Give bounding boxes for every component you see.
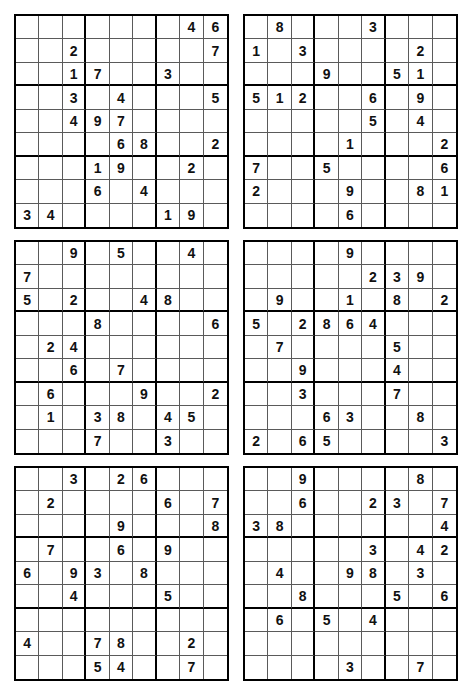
sudoku-cell [16, 609, 39, 632]
sudoku-cell: 5 [86, 656, 109, 679]
sudoku-cell [339, 491, 362, 514]
sudoku-cell: 8 [315, 312, 338, 335]
sudoku-cell [133, 242, 156, 265]
sudoku-cell: 5 [157, 585, 180, 608]
sudoku-cell [433, 406, 456, 429]
sudoku-cell [157, 133, 180, 156]
sudoku-cell [292, 16, 315, 39]
sudoku-cell [315, 336, 338, 359]
sudoku-cell [245, 468, 268, 491]
sudoku-cell [133, 430, 156, 453]
sudoku-cell [204, 585, 227, 608]
sudoku-cell [386, 562, 409, 585]
sudoku-cell [339, 39, 362, 62]
sudoku-cell [16, 336, 39, 359]
sudoku-cell [433, 312, 456, 335]
sudoku-board-bottom-left: 326267987696938454782547 [14, 466, 229, 681]
sudoku-cell [315, 468, 338, 491]
sudoku-cell [39, 515, 62, 538]
sudoku-cell: 1 [39, 406, 62, 429]
sudoku-cell [110, 265, 133, 288]
sudoku-cell [315, 491, 338, 514]
sudoku-cell [86, 86, 109, 109]
sudoku-cell: 4 [133, 180, 156, 203]
sudoku-cell: 3 [362, 538, 385, 561]
sudoku-cell: 5 [245, 86, 268, 109]
sudoku-cell [86, 133, 109, 156]
sudoku-cell [110, 336, 133, 359]
sudoku-cell [63, 406, 86, 429]
sudoku-cell: 9 [409, 265, 432, 288]
sudoku-cell [16, 63, 39, 86]
sudoku-cell: 4 [63, 336, 86, 359]
sudoku-cell [16, 383, 39, 406]
sudoku-cell [39, 180, 62, 203]
sudoku-cell: 5 [315, 430, 338, 453]
sudoku-cell [86, 39, 109, 62]
sudoku-cell [362, 336, 385, 359]
sudoku-cell: 1 [409, 63, 432, 86]
sudoku-cell [39, 133, 62, 156]
sudoku-cell [39, 312, 62, 335]
sudoku-cell: 7 [180, 656, 203, 679]
sudoku-cell [133, 204, 156, 227]
sudoku-cell [86, 609, 109, 632]
sudoku-cell [362, 157, 385, 180]
sudoku-cell [339, 157, 362, 180]
sudoku-cell [315, 585, 338, 608]
sudoku-cell: 6 [433, 585, 456, 608]
sudoku-cell [63, 538, 86, 561]
sudoku-cell [433, 656, 456, 679]
sudoku-cell [39, 39, 62, 62]
sudoku-cell [315, 265, 338, 288]
sudoku-cell [16, 242, 39, 265]
sudoku-cell: 4 [157, 406, 180, 429]
sudoku-cell [386, 312, 409, 335]
sudoku-cell: 9 [86, 110, 109, 133]
sudoku-cell [268, 242, 291, 265]
sudoku-cell [409, 312, 432, 335]
sudoku-cell [362, 63, 385, 86]
sudoku-cell [268, 180, 291, 203]
sudoku-cell [292, 110, 315, 133]
sudoku-cell [110, 312, 133, 335]
sudoku-cell [86, 242, 109, 265]
sudoku-cell [245, 242, 268, 265]
sudoku-cell: 9 [339, 562, 362, 585]
sudoku-cell [362, 585, 385, 608]
sudoku-cell [157, 468, 180, 491]
sudoku-cell: 6 [362, 86, 385, 109]
sudoku-cell: 7 [110, 359, 133, 382]
sudoku-cell [339, 538, 362, 561]
sudoku-cell [292, 609, 315, 632]
sudoku-cell: 9 [180, 204, 203, 227]
sudoku-cell [362, 430, 385, 453]
sudoku-cell [409, 242, 432, 265]
sudoku-cell [292, 289, 315, 312]
sudoku-cell [245, 656, 268, 679]
sudoku-cell [362, 656, 385, 679]
sudoku-cell [86, 383, 109, 406]
sudoku-cell: 5 [204, 86, 227, 109]
sudoku-cell [315, 180, 338, 203]
sudoku-cell [133, 656, 156, 679]
sudoku-cell [409, 133, 432, 156]
sudoku-cell [133, 359, 156, 382]
sudoku-cell [157, 312, 180, 335]
sudoku-cell [339, 110, 362, 133]
sudoku-cell [63, 632, 86, 655]
sudoku-cell [292, 133, 315, 156]
sudoku-cell [204, 242, 227, 265]
sudoku-cell [245, 538, 268, 561]
sudoku-cell [180, 110, 203, 133]
sudoku-cell: 4 [110, 656, 133, 679]
sudoku-cell: 6 [39, 383, 62, 406]
sudoku-cell: 8 [292, 585, 315, 608]
sudoku-cell [157, 157, 180, 180]
sudoku-cell [204, 157, 227, 180]
sudoku-cell [245, 585, 268, 608]
sudoku-cell [362, 204, 385, 227]
sudoku-cell [386, 86, 409, 109]
sudoku-cell [86, 265, 109, 288]
sudoku-cell: 1 [245, 39, 268, 62]
sudoku-cell [39, 242, 62, 265]
sudoku-cell [409, 359, 432, 382]
sudoku-cell: 7 [386, 383, 409, 406]
sudoku-cell [16, 16, 39, 39]
sudoku-cell [268, 157, 291, 180]
sudoku-cell: 9 [110, 515, 133, 538]
sudoku-cell: 7 [433, 491, 456, 514]
sudoku-cell [245, 16, 268, 39]
sudoku-cell: 7 [268, 336, 291, 359]
sudoku-cell: 2 [245, 430, 268, 453]
sudoku-cell [339, 585, 362, 608]
sudoku-cell [315, 39, 338, 62]
sudoku-cell [39, 86, 62, 109]
sudoku-cell [386, 430, 409, 453]
sudoku-cell [315, 562, 338, 585]
sudoku-cell: 8 [268, 16, 291, 39]
sudoku-cell: 6 [86, 180, 109, 203]
sudoku-cell [204, 538, 227, 561]
sudoku-cell: 3 [339, 406, 362, 429]
sudoku-cell [339, 16, 362, 39]
sudoku-cell [180, 585, 203, 608]
sudoku-cell: 4 [362, 312, 385, 335]
sudoku-cell [315, 204, 338, 227]
sudoku-cell: 2 [39, 491, 62, 514]
sudoku-cell [339, 468, 362, 491]
sudoku-cell: 9 [292, 468, 315, 491]
sudoku-cell: 3 [433, 430, 456, 453]
sudoku-cell [339, 265, 362, 288]
sudoku-cell [292, 157, 315, 180]
sudoku-cell [268, 63, 291, 86]
sudoku-cell: 7 [86, 430, 109, 453]
sudoku-cell [339, 63, 362, 86]
sudoku-cell [86, 204, 109, 227]
sudoku-cell: 8 [133, 133, 156, 156]
sudoku-cell: 4 [16, 632, 39, 655]
sudoku-cell [362, 133, 385, 156]
sudoku-cell [433, 242, 456, 265]
sudoku-cell [133, 39, 156, 62]
sudoku-cell [110, 16, 133, 39]
sudoku-cell [157, 383, 180, 406]
sudoku-cell [315, 86, 338, 109]
sudoku-cell [63, 204, 86, 227]
sudoku-cell [157, 265, 180, 288]
sudoku-cell [133, 63, 156, 86]
sudoku-cell: 9 [268, 289, 291, 312]
sudoku-cell [362, 289, 385, 312]
sudoku-cell [39, 265, 62, 288]
sudoku-cell [133, 265, 156, 288]
sudoku-cell: 3 [292, 383, 315, 406]
sudoku-cell: 4 [63, 585, 86, 608]
sudoku-cell [386, 406, 409, 429]
sudoku-cell: 9 [339, 242, 362, 265]
sudoku-cell: 5 [16, 289, 39, 312]
sudoku-cell: 3 [386, 265, 409, 288]
sudoku-cell: 8 [133, 562, 156, 585]
sudoku-cell [268, 406, 291, 429]
sudoku-cell [204, 110, 227, 133]
sudoku-cell [86, 585, 109, 608]
sudoku-cell: 6 [292, 430, 315, 453]
sudoku-cell: 6 [204, 312, 227, 335]
sudoku-cell [433, 383, 456, 406]
sudoku-cell [133, 16, 156, 39]
sudoku-cell: 7 [39, 538, 62, 561]
sudoku-cell [157, 609, 180, 632]
sudoku-cell: 2 [292, 312, 315, 335]
sudoku-cell: 2 [39, 336, 62, 359]
sudoku-cell [39, 562, 62, 585]
sudoku-cell [315, 110, 338, 133]
sudoku-cell [180, 430, 203, 453]
sudoku-cell [63, 265, 86, 288]
sudoku-cell [245, 336, 268, 359]
sudoku-cell [110, 562, 133, 585]
sudoku-cell: 3 [362, 16, 385, 39]
sudoku-cell [315, 383, 338, 406]
sudoku-cell: 1 [339, 133, 362, 156]
sudoku-cell [386, 609, 409, 632]
sudoku-cell [157, 562, 180, 585]
sudoku-cell [386, 16, 409, 39]
sudoku-cell [386, 632, 409, 655]
sudoku-cell: 2 [204, 383, 227, 406]
sudoku-cell: 7 [16, 265, 39, 288]
sudoku-cell [339, 336, 362, 359]
sudoku-cell [339, 632, 362, 655]
sudoku-cell: 8 [386, 289, 409, 312]
sudoku-cell [433, 86, 456, 109]
sudoku-cell: 8 [409, 406, 432, 429]
sudoku-cell [386, 656, 409, 679]
sudoku-cell: 3 [339, 656, 362, 679]
sudoku-cell [86, 336, 109, 359]
sudoku-cell: 5 [315, 157, 338, 180]
sudoku-cell [133, 406, 156, 429]
sudoku-cell [133, 585, 156, 608]
sudoku-cell [180, 63, 203, 86]
sudoku-cell: 3 [245, 515, 268, 538]
sudoku-cell [180, 86, 203, 109]
sudoku-cell [157, 336, 180, 359]
sudoku-cell: 9 [339, 180, 362, 203]
sudoku-cell: 2 [362, 491, 385, 514]
sudoku-cell [409, 585, 432, 608]
sudoku-cell [16, 312, 39, 335]
sudoku-cell [245, 110, 268, 133]
sudoku-cell [110, 609, 133, 632]
sudoku-cell: 2 [362, 265, 385, 288]
sudoku-cell [292, 656, 315, 679]
sudoku-cell: 8 [268, 515, 291, 538]
sudoku-cell: 8 [157, 289, 180, 312]
sudoku-cell [204, 204, 227, 227]
sudoku-cell [315, 632, 338, 655]
sudoku-cell [16, 359, 39, 382]
sudoku-cell [86, 16, 109, 39]
sudoku-cell [86, 289, 109, 312]
sudoku-cell: 3 [16, 204, 39, 227]
sudoku-cell [39, 632, 62, 655]
sudoku-cell [180, 180, 203, 203]
sudoku-cell: 2 [433, 133, 456, 156]
sudoku-cell: 4 [63, 110, 86, 133]
sudoku-cell [110, 430, 133, 453]
sudoku-cell [204, 406, 227, 429]
sudoku-cell [110, 39, 133, 62]
sudoku-cell [39, 656, 62, 679]
sudoku-cell: 6 [339, 312, 362, 335]
sudoku-cell [292, 242, 315, 265]
sudoku-cell [386, 515, 409, 538]
sudoku-cell [86, 538, 109, 561]
sudoku-cell [268, 656, 291, 679]
sudoku-cell: 5 [180, 406, 203, 429]
sudoku-cell [16, 133, 39, 156]
sudoku-cell: 2 [204, 133, 227, 156]
sudoku-cell: 2 [180, 632, 203, 655]
sudoku-cell [292, 562, 315, 585]
sudoku-cell: 4 [409, 538, 432, 561]
sudoku-cell [386, 133, 409, 156]
sudoku-cell [245, 289, 268, 312]
sudoku-cell: 8 [409, 180, 432, 203]
sudoku-cell [63, 312, 86, 335]
sudoku-cell [409, 491, 432, 514]
sudoku-cell [433, 265, 456, 288]
sudoku-cell [362, 406, 385, 429]
sudoku-cell: 7 [86, 632, 109, 655]
sudoku-cell [409, 336, 432, 359]
sudoku-cell: 4 [362, 609, 385, 632]
sudoku-cell: 2 [180, 157, 203, 180]
sudoku-cell [157, 359, 180, 382]
sudoku-cell [16, 515, 39, 538]
sudoku-cell: 5 [245, 312, 268, 335]
sudoku-cell [409, 632, 432, 655]
sudoku-cell [315, 289, 338, 312]
sudoku-cell [204, 63, 227, 86]
sudoku-cell: 5 [362, 110, 385, 133]
sudoku-cell [157, 656, 180, 679]
sudoku-cell [39, 359, 62, 382]
sudoku-cell [86, 468, 109, 491]
sudoku-cell [157, 86, 180, 109]
sudoku-cell [63, 656, 86, 679]
sudoku-cell [292, 265, 315, 288]
sudoku-cell [292, 180, 315, 203]
sudoku-cell: 6 [315, 406, 338, 429]
sudoku-cell: 9 [133, 383, 156, 406]
sudoku-cell [433, 204, 456, 227]
sudoku-board-top-right: 8313295151269541275629816 [243, 14, 458, 229]
sudoku-cell: 3 [409, 562, 432, 585]
sudoku-cell [362, 180, 385, 203]
sudoku-cell [39, 289, 62, 312]
sudoku-cell [16, 86, 39, 109]
sudoku-cell [292, 515, 315, 538]
sudoku-cell: 2 [292, 86, 315, 109]
sudoku-cell [268, 110, 291, 133]
sudoku-cell: 5 [386, 585, 409, 608]
sudoku-cell: 9 [63, 562, 86, 585]
sudoku-cell [86, 515, 109, 538]
sudoku-cell [433, 609, 456, 632]
sudoku-cell [16, 430, 39, 453]
sudoku-cell [133, 538, 156, 561]
sudoku-cell [386, 204, 409, 227]
sudoku-cell: 2 [63, 289, 86, 312]
sudoku-cell [180, 562, 203, 585]
sudoku-cell [204, 632, 227, 655]
sudoku-cell: 7 [245, 157, 268, 180]
sudoku-cell [315, 242, 338, 265]
sudoku-cell [180, 515, 203, 538]
sudoku-cell [386, 468, 409, 491]
sudoku-cell: 4 [268, 562, 291, 585]
sudoku-cell: 6 [292, 491, 315, 514]
sudoku-cell: 5 [386, 63, 409, 86]
sudoku-cell [433, 468, 456, 491]
sudoku-cell [157, 39, 180, 62]
sudoku-cell [204, 180, 227, 203]
sudoku-cell [180, 133, 203, 156]
sudoku-cell [339, 515, 362, 538]
sudoku-cell: 2 [245, 180, 268, 203]
sudoku-cell: 2 [433, 289, 456, 312]
sudoku-cell [204, 336, 227, 359]
sudoku-cell: 3 [157, 63, 180, 86]
sudoku-cell [16, 110, 39, 133]
sudoku-cell [16, 406, 39, 429]
sudoku-cell [180, 383, 203, 406]
sudoku-cell: 8 [362, 562, 385, 585]
sudoku-cell: 2 [409, 39, 432, 62]
sudoku-cell: 2 [63, 39, 86, 62]
sudoku-cell [433, 63, 456, 86]
